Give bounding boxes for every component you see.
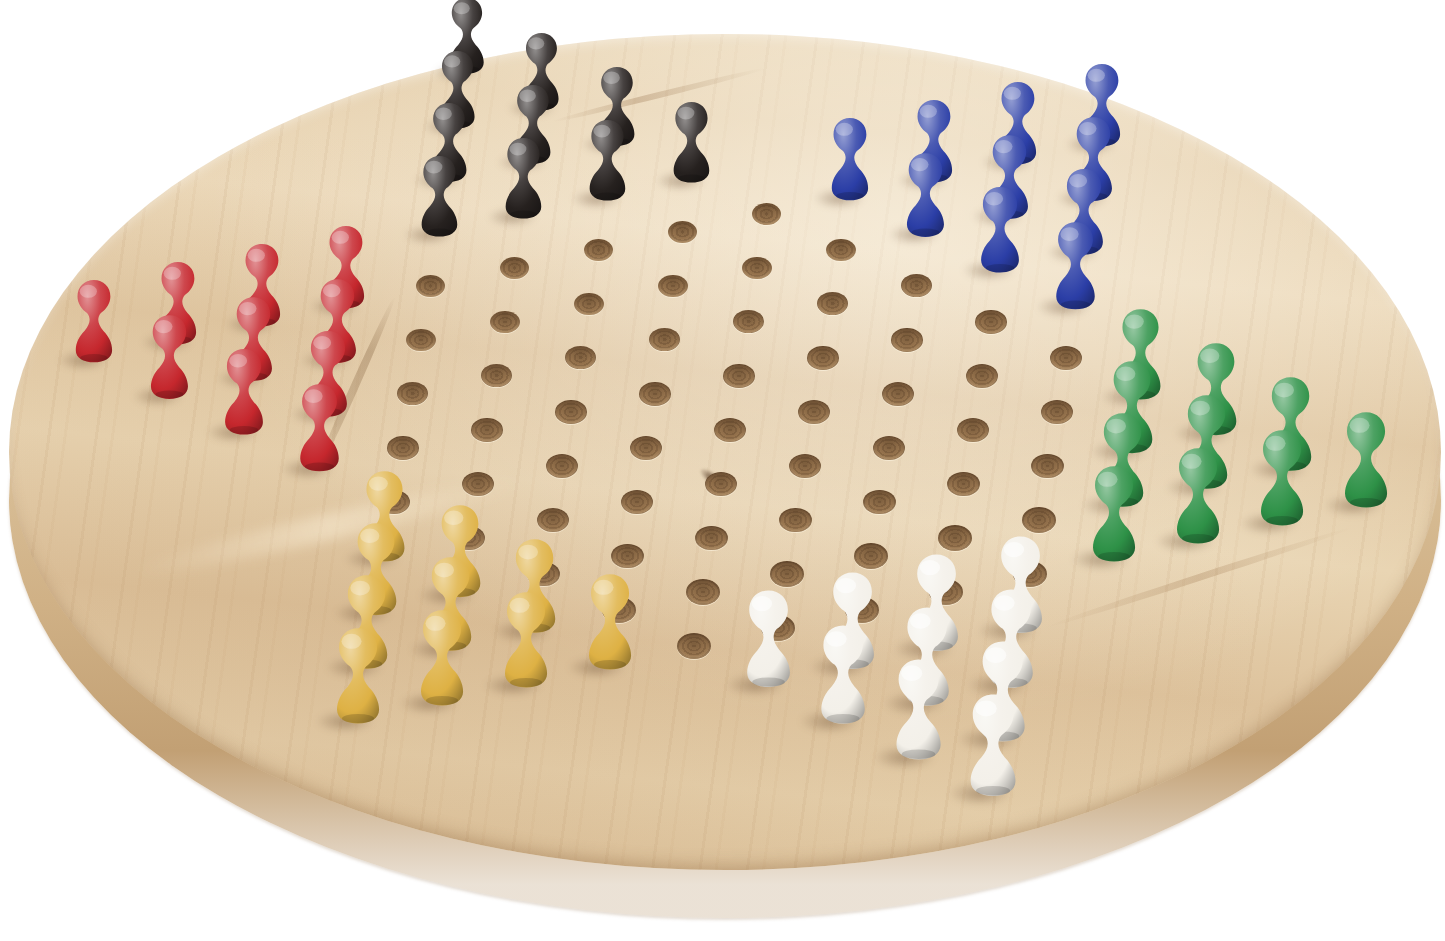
play-area: [0, 0, 1445, 941]
hole[interactable]: [471, 418, 502, 442]
peg-white[interactable]: [738, 588, 799, 691]
hole[interactable]: [798, 400, 830, 424]
hole[interactable]: [789, 454, 822, 478]
hole[interactable]: [947, 472, 980, 497]
hole[interactable]: [714, 418, 746, 442]
hole[interactable]: [817, 292, 848, 315]
peg-yellow[interactable]: [580, 572, 640, 673]
hole[interactable]: [658, 275, 688, 298]
peg-yellow[interactable]: [412, 608, 472, 709]
peg-red[interactable]: [68, 278, 120, 365]
hole[interactable]: [854, 543, 888, 568]
hole[interactable]: [490, 311, 520, 334]
peg-green[interactable]: [1168, 446, 1228, 547]
peg-white[interactable]: [961, 692, 1025, 800]
hole[interactable]: [677, 633, 711, 659]
hole[interactable]: [1050, 346, 1082, 370]
hole[interactable]: [481, 364, 512, 387]
hole[interactable]: [574, 293, 604, 316]
peg-yellow[interactable]: [496, 590, 556, 691]
hole[interactable]: [873, 436, 906, 460]
hole[interactable]: [397, 382, 428, 405]
hole[interactable]: [621, 490, 654, 514]
hole[interactable]: [957, 418, 990, 442]
hole[interactable]: [938, 525, 972, 550]
peg-blue[interactable]: [973, 185, 1027, 276]
hole[interactable]: [882, 382, 914, 406]
hole[interactable]: [406, 329, 436, 352]
peg-blue[interactable]: [1048, 220, 1103, 312]
hole[interactable]: [649, 328, 680, 351]
peg-red[interactable]: [217, 347, 271, 438]
peg-blue[interactable]: [824, 116, 876, 203]
hole[interactable]: [555, 400, 586, 424]
hole[interactable]: [723, 364, 754, 388]
peg-blue[interactable]: [899, 151, 952, 240]
peg-white[interactable]: [812, 623, 874, 727]
hole[interactable]: [826, 239, 856, 262]
hole[interactable]: [584, 239, 614, 261]
hole[interactable]: [387, 436, 418, 460]
peg-black[interactable]: [498, 136, 549, 222]
hole[interactable]: [639, 382, 670, 406]
peg-red[interactable]: [143, 313, 196, 402]
hole[interactable]: [1022, 507, 1056, 532]
hole[interactable]: [611, 544, 644, 569]
hole[interactable]: [807, 346, 838, 370]
peg-yellow[interactable]: [328, 626, 388, 727]
hole[interactable]: [500, 257, 530, 279]
peg-black[interactable]: [414, 154, 465, 240]
hole[interactable]: [966, 364, 998, 388]
hole[interactable]: [1031, 454, 1064, 479]
peg-black[interactable]: [582, 118, 633, 204]
hole[interactable]: [901, 274, 932, 297]
hole[interactable]: [1041, 400, 1074, 424]
hole[interactable]: [462, 472, 494, 496]
peg-green[interactable]: [1084, 464, 1144, 565]
peg-white[interactable]: [887, 657, 950, 763]
peg-black[interactable]: [666, 100, 717, 186]
scene: [0, 0, 1445, 941]
hole[interactable]: [416, 275, 446, 297]
hole[interactable]: [537, 508, 570, 532]
hole[interactable]: [686, 579, 720, 604]
hole[interactable]: [779, 508, 812, 533]
peg-green[interactable]: [1252, 428, 1312, 529]
hole[interactable]: [733, 310, 764, 333]
hole[interactable]: [752, 203, 782, 225]
hole[interactable]: [668, 221, 698, 243]
hole[interactable]: [695, 526, 728, 551]
peg-red[interactable]: [292, 382, 347, 474]
hole[interactable]: [863, 490, 896, 515]
hole[interactable]: [705, 472, 738, 496]
hole[interactable]: [975, 310, 1006, 334]
hole[interactable]: [891, 328, 922, 352]
hole[interactable]: [565, 346, 596, 369]
hole[interactable]: [770, 561, 804, 586]
hole[interactable]: [630, 436, 662, 460]
hole[interactable]: [742, 257, 772, 280]
hole[interactable]: [546, 454, 578, 478]
peg-green[interactable]: [1336, 410, 1396, 511]
